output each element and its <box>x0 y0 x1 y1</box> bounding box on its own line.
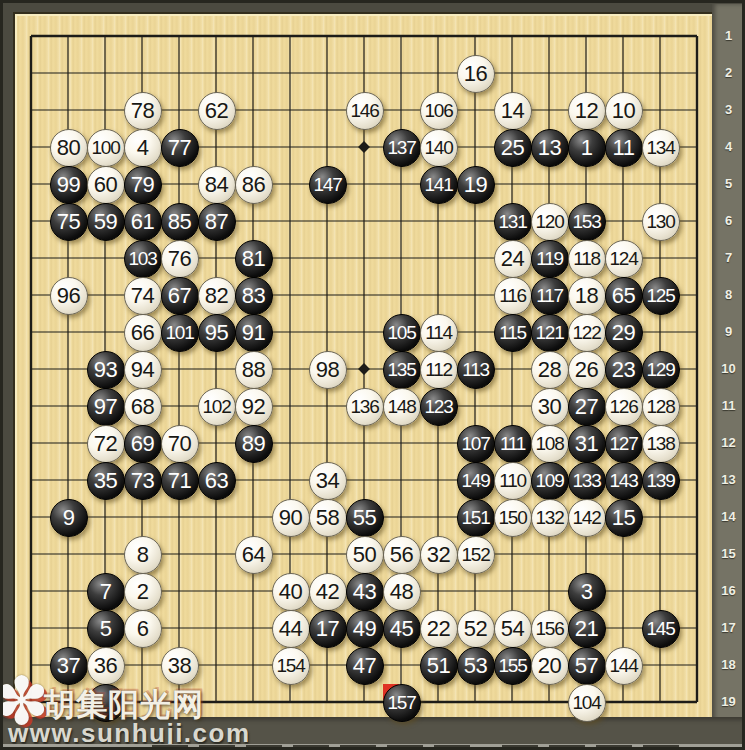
move-number: 21 <box>575 618 598 640</box>
stone-black-139: 139 <box>642 462 680 500</box>
move-number: 115 <box>499 323 525 342</box>
stone-white-94: 94 <box>124 351 162 389</box>
stone-black-69: 69 <box>124 425 162 463</box>
stone-white-112: 112 <box>420 351 458 389</box>
coordinate-label-17: 17 <box>712 620 745 635</box>
stone-black-131: 131 <box>494 203 532 241</box>
move-number: 74 <box>131 285 154 307</box>
stone-white-124: 124 <box>605 240 643 278</box>
move-number: 10 <box>612 100 635 122</box>
stone-black-95: 95 <box>198 314 236 352</box>
move-number: 56 <box>390 544 413 566</box>
move-number: 97 <box>94 396 117 418</box>
stone-white-6: 6 <box>124 610 162 648</box>
move-number: 44 <box>279 618 302 640</box>
stone-black-7: 7 <box>87 573 125 611</box>
move-number: 119 <box>536 249 562 268</box>
coordinate-label-11: 11 <box>712 398 745 413</box>
stone-white-56: 56 <box>383 536 421 574</box>
bottom-caption-band <box>0 744 745 750</box>
stone-black-25: 25 <box>494 129 532 167</box>
stone-white-118: 118 <box>568 240 606 278</box>
move-number: 80 <box>57 137 80 159</box>
stone-black-101: 101 <box>161 314 199 352</box>
move-number: 91 <box>242 322 265 344</box>
move-number: 103 <box>129 249 157 268</box>
coordinate-label-14: 14 <box>712 509 745 524</box>
move-number: 117 <box>536 286 562 305</box>
coordinate-label-3: 3 <box>712 102 745 117</box>
stone-black-147: 147 <box>309 166 347 204</box>
stone-black-111: 111 <box>494 425 532 463</box>
stone-black-123: 123 <box>420 388 458 426</box>
stones-layer: 1678621461061412108010047713714025131111… <box>13 18 716 721</box>
stone-white-136: 136 <box>346 388 384 426</box>
stone-white-120: 120 <box>531 203 569 241</box>
move-number: 27 <box>575 396 598 418</box>
move-number: 128 <box>647 397 675 416</box>
stone-black-27: 27 <box>568 388 606 426</box>
stone-black-109: 109 <box>531 462 569 500</box>
stone-white-134: 134 <box>642 129 680 167</box>
stone-white-98: 98 <box>309 351 347 389</box>
stone-black-133: 133 <box>568 462 606 500</box>
move-number: 30 <box>538 396 561 418</box>
move-number: 43 <box>353 581 376 603</box>
move-number: 51 <box>427 655 450 677</box>
move-number: 152 <box>462 545 490 564</box>
caption-band-dash <box>199 745 235 749</box>
stone-white-72: 72 <box>87 425 125 463</box>
stone-white-92: 92 <box>235 388 273 426</box>
stone-white-76: 76 <box>161 240 199 278</box>
stone-black-15: 15 <box>605 499 643 537</box>
stone-black-91: 91 <box>235 314 273 352</box>
move-number: 38 <box>168 655 191 677</box>
move-number: 127 <box>610 434 638 453</box>
stone-black-11: 11 <box>605 129 643 167</box>
stone-black-157: 157 <box>383 684 421 722</box>
stone-black-17: 17 <box>309 610 347 648</box>
move-number: 66 <box>131 322 154 344</box>
go-diagram: 1678621461061412108010047713714025131111… <box>0 0 745 750</box>
move-number: 77 <box>168 137 191 159</box>
stone-black-29: 29 <box>605 314 643 352</box>
move-number: 100 <box>92 138 120 157</box>
stone-black-73: 73 <box>124 462 162 500</box>
move-number: 114 <box>425 323 451 342</box>
move-number: 99 <box>57 174 80 196</box>
stone-white-60: 60 <box>87 166 125 204</box>
move-number: 113 <box>462 360 488 379</box>
move-number: 92 <box>242 396 265 418</box>
move-number: 150 <box>499 508 527 527</box>
move-number: 146 <box>351 101 379 120</box>
stone-white-138: 138 <box>642 425 680 463</box>
move-number: 139 <box>647 471 675 490</box>
move-number: 82 <box>205 285 228 307</box>
stone-white-64: 64 <box>235 536 273 574</box>
stone-white-62: 62 <box>198 92 236 130</box>
move-number: 22 <box>427 618 450 640</box>
stone-white-144: 144 <box>605 647 643 685</box>
move-number: 8 <box>137 544 149 566</box>
move-number: 4 <box>137 137 149 159</box>
stone-white-78: 78 <box>124 92 162 130</box>
stone-black-141: 141 <box>420 166 458 204</box>
move-number: 154 <box>277 656 305 675</box>
stone-white-28: 28 <box>531 351 569 389</box>
move-number: 156 <box>536 619 564 638</box>
stone-white-142: 142 <box>568 499 606 537</box>
stone-white-156: 156 <box>531 610 569 648</box>
move-number: 151 <box>462 508 490 527</box>
coordinate-label-6: 6 <box>712 213 745 228</box>
move-number: 107 <box>462 434 490 453</box>
move-number: 109 <box>536 471 564 490</box>
move-number: 98 <box>316 359 339 381</box>
stone-black-63: 63 <box>198 462 236 500</box>
move-number: 143 <box>610 471 638 490</box>
move-number: 130 <box>647 212 675 231</box>
stone-white-2: 2 <box>124 573 162 611</box>
stone-white-108: 108 <box>531 425 569 463</box>
move-number: 148 <box>388 397 416 416</box>
move-number: 105 <box>388 323 416 342</box>
stone-white-38: 38 <box>161 647 199 685</box>
move-number: 79 <box>131 174 154 196</box>
move-number: 88 <box>242 359 265 381</box>
coordinate-label-15: 15 <box>712 546 745 561</box>
stone-black-3: 3 <box>568 573 606 611</box>
stone-black-103: 103 <box>124 240 162 278</box>
move-number: 7 <box>100 581 112 603</box>
move-number: 67 <box>168 285 191 307</box>
move-number: 6 <box>137 618 149 640</box>
move-number: 5 <box>100 618 112 640</box>
stone-white-24: 24 <box>494 240 532 278</box>
coordinate-label-9: 9 <box>712 324 745 339</box>
move-number: 19 <box>464 174 487 196</box>
caption-band-dash <box>293 745 329 749</box>
stone-white-32: 32 <box>420 536 458 574</box>
move-number: 142 <box>573 508 601 527</box>
stone-white-102: 102 <box>198 388 236 426</box>
caption-band-dash <box>502 745 538 749</box>
move-number: 20 <box>538 655 561 677</box>
move-number: 133 <box>573 471 601 490</box>
move-number: 40 <box>279 581 302 603</box>
stone-black-137: 137 <box>383 129 421 167</box>
move-number: 72 <box>94 433 117 455</box>
move-number: 49 <box>353 618 376 640</box>
stone-black-65: 65 <box>605 277 643 315</box>
stone-black-113: 113 <box>457 351 495 389</box>
stone-black-145: 145 <box>642 610 680 648</box>
move-number: 126 <box>610 397 638 416</box>
stone-black-9: 9 <box>50 499 88 537</box>
stone-black-117: 117 <box>531 277 569 315</box>
move-number: 52 <box>464 618 487 640</box>
stone-white-128: 128 <box>642 388 680 426</box>
move-number: 123 <box>425 397 453 416</box>
caption-band-dash <box>549 745 585 749</box>
stone-white-68: 68 <box>124 388 162 426</box>
stone-black-115: 115 <box>494 314 532 352</box>
stone-black-155: 155 <box>494 647 532 685</box>
move-number: 85 <box>168 211 191 233</box>
caption-band-dash <box>434 745 470 749</box>
stone-white-44: 44 <box>272 610 310 648</box>
coordinate-label-12: 12 <box>712 435 745 450</box>
move-number: 75 <box>57 211 80 233</box>
move-number: 157 <box>388 693 416 712</box>
move-number: 145 <box>647 619 675 638</box>
coordinate-label-19: 19 <box>712 694 745 709</box>
move-number: 25 <box>501 137 524 159</box>
stone-black-121: 121 <box>531 314 569 352</box>
stone-black-71: 71 <box>161 462 199 500</box>
stone-white-96: 96 <box>50 277 88 315</box>
stone-white-74: 74 <box>124 277 162 315</box>
move-number: 125 <box>647 286 675 305</box>
caption-band-dash <box>246 745 282 749</box>
stone-black-21: 21 <box>568 610 606 648</box>
stone-black-35: 35 <box>87 462 125 500</box>
move-number: 48 <box>390 581 413 603</box>
stone-white-88: 88 <box>235 351 273 389</box>
stone-black-57: 57 <box>568 647 606 685</box>
coordinate-label-16: 16 <box>712 583 745 598</box>
move-number: 137 <box>388 138 416 157</box>
move-number: 50 <box>353 544 376 566</box>
stone-white-14: 14 <box>494 92 532 130</box>
move-number: 17 <box>316 618 339 640</box>
move-number: 61 <box>131 211 154 233</box>
move-number: 76 <box>168 248 191 270</box>
move-number: 141 <box>425 175 453 194</box>
stone-black-49: 49 <box>346 610 384 648</box>
stone-black-87: 87 <box>198 203 236 241</box>
stone-black-75: 75 <box>50 203 88 241</box>
move-number: 120 <box>536 212 564 231</box>
stone-black-31: 31 <box>568 425 606 463</box>
move-number: 95 <box>205 322 228 344</box>
move-number: 138 <box>647 434 675 453</box>
stone-white-26: 26 <box>568 351 606 389</box>
stone-black-83: 83 <box>235 277 273 315</box>
stone-white-70: 70 <box>161 425 199 463</box>
move-number: 147 <box>314 175 342 194</box>
stone-black-67: 67 <box>161 277 199 315</box>
move-number: 134 <box>647 138 675 157</box>
stone-white-130: 130 <box>642 203 680 241</box>
stone-white-106: 106 <box>420 92 458 130</box>
move-number: 13 <box>538 137 561 159</box>
coordinate-label-18: 18 <box>712 657 745 672</box>
coordinate-label-1: 1 <box>712 28 745 43</box>
move-number: 9 <box>63 507 75 529</box>
stone-black-55: 55 <box>346 499 384 537</box>
move-number: 34 <box>316 470 339 492</box>
move-number: 37 <box>57 655 80 677</box>
caption-band-dash <box>643 745 679 749</box>
stone-white-66: 66 <box>124 314 162 352</box>
stone-white-34: 34 <box>309 462 347 500</box>
move-number: 55 <box>353 507 376 529</box>
stone-white-10: 10 <box>605 92 643 130</box>
move-number: 32 <box>427 544 450 566</box>
stone-white-42: 42 <box>309 573 347 611</box>
move-number: 104 <box>573 693 601 712</box>
caption-band-dash <box>152 745 188 749</box>
stone-black-43: 43 <box>346 573 384 611</box>
stone-black-1: 1 <box>568 129 606 167</box>
stone-white-50: 50 <box>346 536 384 574</box>
stone-white-154: 154 <box>272 647 310 685</box>
stone-black-99: 99 <box>50 166 88 204</box>
stone-white-152: 152 <box>457 536 495 574</box>
stone-black-107: 107 <box>457 425 495 463</box>
move-number: 132 <box>536 508 564 527</box>
stone-white-18: 18 <box>568 277 606 315</box>
move-number: 83 <box>242 285 265 307</box>
stone-white-40: 40 <box>272 573 310 611</box>
stone-white-48: 48 <box>383 573 421 611</box>
stone-white-116: 116 <box>494 277 532 315</box>
stone-white-110: 110 <box>494 462 532 500</box>
move-number: 78 <box>131 100 154 122</box>
move-number: 23 <box>612 359 635 381</box>
stone-black-127: 127 <box>605 425 643 463</box>
move-number: 42 <box>316 581 339 603</box>
stone-black-119: 119 <box>531 240 569 278</box>
move-number: 94 <box>131 359 154 381</box>
move-number: 70 <box>168 433 191 455</box>
move-number: 110 <box>499 471 525 490</box>
move-number: 122 <box>573 323 601 342</box>
coordinate-label-2: 2 <box>712 65 745 80</box>
stone-black-149: 149 <box>457 462 495 500</box>
stone-white-148: 148 <box>383 388 421 426</box>
stone-black-45: 45 <box>383 610 421 648</box>
move-number: 116 <box>499 286 525 305</box>
move-number: 84 <box>205 174 228 196</box>
move-number: 135 <box>388 360 416 379</box>
stone-black-129: 129 <box>642 351 680 389</box>
stone-white-22: 22 <box>420 610 458 648</box>
stone-black-143: 143 <box>605 462 643 500</box>
move-number: 11 <box>613 137 635 159</box>
move-number: 108 <box>536 434 564 453</box>
move-number: 63 <box>205 470 228 492</box>
move-number: 64 <box>242 544 265 566</box>
move-number: 106 <box>425 101 453 120</box>
stone-white-104: 104 <box>568 684 606 722</box>
move-number: 29 <box>612 322 635 344</box>
move-number: 15 <box>612 507 635 529</box>
move-number: 47 <box>353 655 376 677</box>
move-number: 131 <box>499 212 527 231</box>
move-number: 26 <box>575 359 598 381</box>
stone-white-4: 4 <box>124 129 162 167</box>
move-number: 149 <box>462 471 490 490</box>
move-number: 140 <box>425 138 453 157</box>
coordinate-label-7: 7 <box>712 250 745 265</box>
stone-white-54: 54 <box>494 610 532 648</box>
move-number: 89 <box>242 433 265 455</box>
stone-black-105: 105 <box>383 314 421 352</box>
stone-black-19: 19 <box>457 166 495 204</box>
move-number: 124 <box>610 249 638 268</box>
stone-white-52: 52 <box>457 610 495 648</box>
coordinate-label-5: 5 <box>712 176 745 191</box>
move-number: 18 <box>575 285 598 307</box>
stone-black-93: 93 <box>87 351 125 389</box>
move-number: 69 <box>131 433 154 455</box>
stone-black-59: 59 <box>87 203 125 241</box>
move-number: 87 <box>205 211 228 233</box>
stone-white-86: 86 <box>235 166 273 204</box>
stone-white-114: 114 <box>420 314 458 352</box>
stone-white-100: 100 <box>87 129 125 167</box>
stone-white-30: 30 <box>531 388 569 426</box>
coordinate-label-8: 8 <box>712 287 745 302</box>
stone-black-151: 151 <box>457 499 495 537</box>
stone-black-81: 81 <box>235 240 273 278</box>
move-number: 153 <box>573 212 601 231</box>
stone-white-150: 150 <box>494 499 532 537</box>
stone-black-125: 125 <box>642 277 680 315</box>
move-number: 59 <box>94 211 117 233</box>
caption-band-dash <box>387 745 423 749</box>
stone-black-47: 47 <box>346 647 384 685</box>
move-number: 54 <box>501 618 524 640</box>
move-number: 102 <box>203 397 231 416</box>
move-number: 144 <box>610 656 638 675</box>
move-number: 101 <box>166 323 194 342</box>
stone-black-135: 135 <box>383 351 421 389</box>
move-number: 73 <box>131 470 154 492</box>
stone-black-5: 5 <box>87 610 125 648</box>
move-number: 24 <box>501 248 524 270</box>
move-number: 71 <box>168 470 191 492</box>
move-number: 35 <box>94 470 117 492</box>
caption-band-dash <box>596 745 632 749</box>
coordinate-label-13: 13 <box>712 472 745 487</box>
stone-black-61: 61 <box>124 203 162 241</box>
move-number: 57 <box>575 655 598 677</box>
coordinate-label-10: 10 <box>712 361 745 376</box>
move-number: 155 <box>499 656 527 675</box>
move-number: 1 <box>581 137 593 159</box>
stone-black-77: 77 <box>161 129 199 167</box>
move-number: 121 <box>536 323 564 342</box>
move-number: 136 <box>351 397 379 416</box>
stone-white-16: 16 <box>457 55 495 93</box>
stone-black-79: 79 <box>124 166 162 204</box>
stone-black-97: 97 <box>87 388 125 426</box>
coordinate-strip: 12345678910111213141516171819 <box>712 4 745 745</box>
move-number: 112 <box>425 360 451 379</box>
move-number: 58 <box>316 507 339 529</box>
move-number: 62 <box>205 100 228 122</box>
move-number: 60 <box>94 174 117 196</box>
move-number: 28 <box>538 359 561 381</box>
move-number: 12 <box>575 100 598 122</box>
stone-black-23: 23 <box>605 351 643 389</box>
move-number: 129 <box>647 360 675 379</box>
